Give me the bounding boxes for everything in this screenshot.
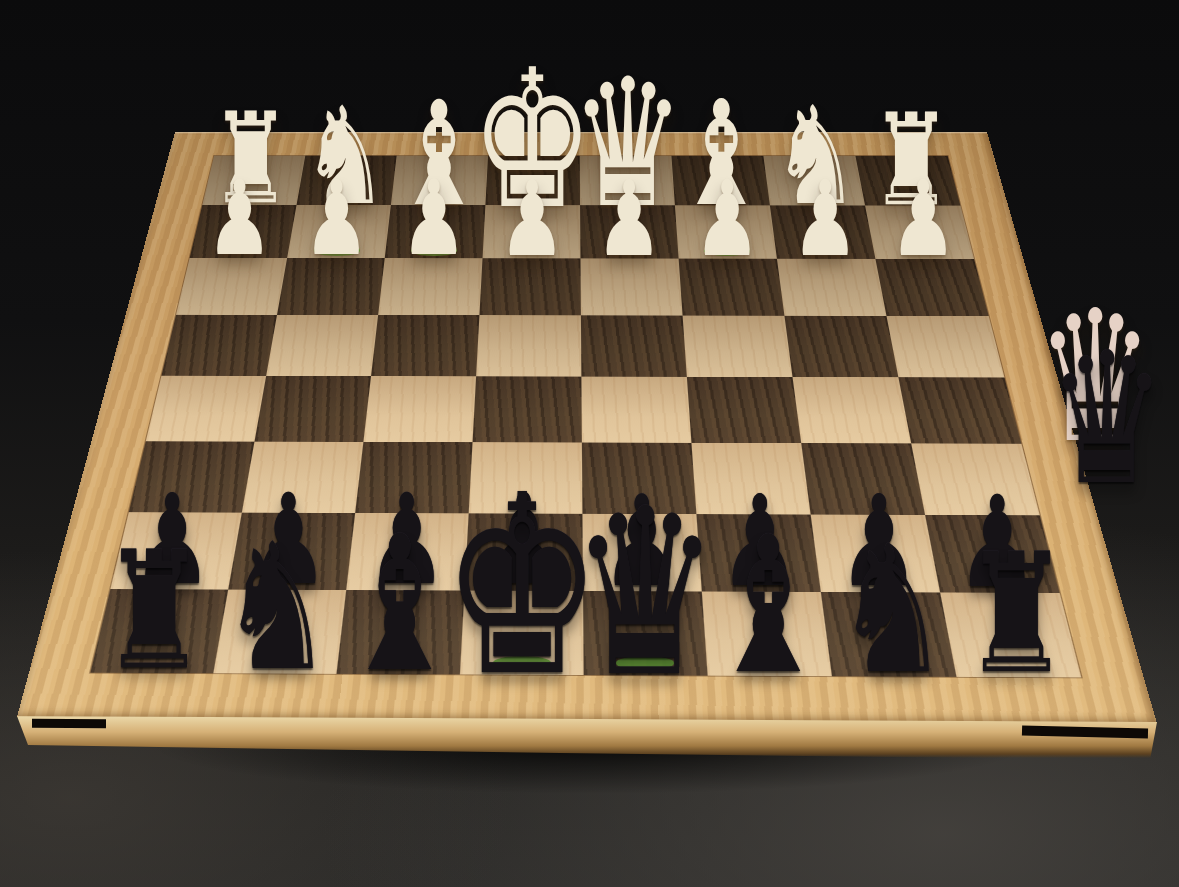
piece-white-pawn-a2[interactable]: ♟ [885,167,960,272]
piece-black-knight-b8[interactable]: ♞ [829,522,956,699]
piece-white-pawn-f2[interactable]: ♟ [397,167,472,271]
piece-black-bishop-f8[interactable]: ♝ [332,511,467,698]
piece-white-pawn-d2[interactable]: ♟ [592,167,667,271]
piece-black-rook-a8[interactable]: ♜ [957,532,1076,697]
pieces-layer: ♜♞♝♛♚♝♞♜♟♟♟♟♟♟♟♟♟♟♟♟♟♟♟♟♜♞♝♛♚♝♞♜♛♛ [0,0,1179,887]
piece-white-pawn-e2[interactable]: ♟ [494,167,569,271]
piece-black-knight-g8[interactable]: ♞ [214,521,340,696]
piece-white-pawn-c2[interactable]: ♟ [689,167,764,271]
piece-white-pawn-h2[interactable]: ♟ [203,167,278,271]
piece-black-rook-h8[interactable]: ♜ [96,530,213,692]
spare-black-queen[interactable]: ♛ [1041,328,1172,510]
piece-white-pawn-g2[interactable]: ♟ [300,167,375,271]
piece-white-pawn-b2[interactable]: ♟ [787,167,862,272]
photo-scene: ♜♞♝♛♚♝♞♜♟♟♟♟♟♟♟♟♟♟♟♟♟♟♟♟♜♞♝♛♚♝♞♜♛♛ [0,0,1179,887]
